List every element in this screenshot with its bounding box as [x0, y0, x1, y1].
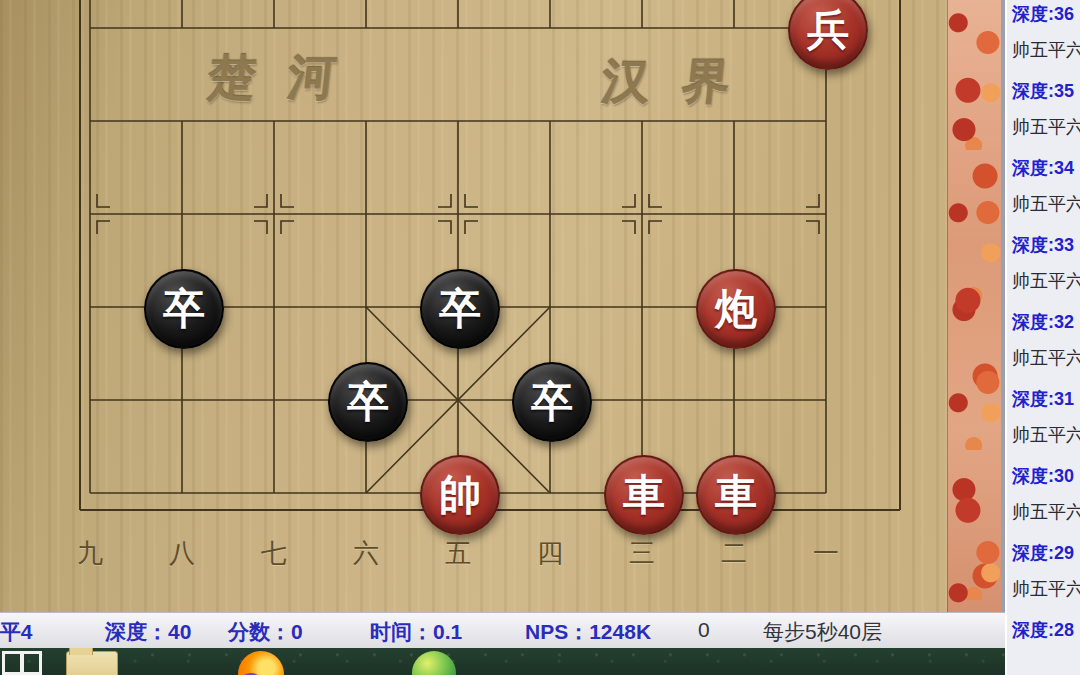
- screen: 楚河 汉界 九八七六五四三二一 兵卒卒炮卒卒帥車車 深度:36帅五平六深度:35…: [0, 0, 1080, 675]
- file-label-1: 九: [60, 536, 120, 571]
- analysis-depth: 深度:36: [1012, 2, 1080, 26]
- analysis-entry: 深度:31帅五平六: [1012, 387, 1080, 447]
- analysis-depth: 深度:30: [1012, 464, 1080, 488]
- analysis-sidebar[interactable]: 深度:36帅五平六深度:35帅五平六深度:34帅五平六深度:33帅五平六深度:3…: [1001, 0, 1080, 675]
- file-label-9: 一: [796, 536, 856, 571]
- skin-decor-strip: [947, 0, 1005, 612]
- analysis-move: 帅五平六: [1012, 192, 1080, 216]
- analysis-move: 帅五平六: [1012, 423, 1080, 447]
- window-grid-icon[interactable]: [2, 651, 42, 675]
- analysis-move: 帅五平六: [1012, 577, 1080, 601]
- status-score: 分数：0: [228, 618, 303, 646]
- analysis-depth: 深度:33: [1012, 233, 1080, 257]
- river-label-chu-he: 楚河: [205, 46, 372, 110]
- analysis-move: 帅五平六: [1012, 346, 1080, 370]
- firefox-icon[interactable]: [238, 651, 284, 675]
- analysis-depth: 深度:29: [1012, 541, 1080, 565]
- analysis-entry: 深度:34帅五平六: [1012, 156, 1080, 216]
- analysis-entry: 深度:32帅五平六: [1012, 310, 1080, 370]
- file-label-8: 二: [704, 536, 764, 571]
- analysis-entry: 深度:33帅五平六: [1012, 233, 1080, 293]
- status-depth: 深度：40: [105, 618, 191, 646]
- piece-black-soldier[interactable]: 卒: [512, 362, 592, 442]
- analysis-move: 帅五平六: [1012, 115, 1080, 139]
- piece-red-cannon[interactable]: 炮: [696, 269, 776, 349]
- desktop-taskbar: [0, 648, 1005, 675]
- analysis-depth: 深度:35: [1012, 79, 1080, 103]
- analysis-entry: 深度:29帅五平六: [1012, 541, 1080, 601]
- analysis-depth: 深度:31: [1012, 387, 1080, 411]
- river-label-han-jie: 汉界: [599, 50, 766, 114]
- analysis-entry: 深度:36帅五平六: [1012, 2, 1080, 62]
- file-label-6: 四: [520, 536, 580, 571]
- status-time: 时间：0.1: [370, 618, 462, 646]
- analysis-move: 帅五平六: [1012, 500, 1080, 524]
- status-zero: 0: [698, 618, 710, 642]
- piece-red-general[interactable]: 帥: [420, 455, 500, 535]
- file-label-4: 六: [336, 536, 396, 571]
- piece-black-soldier[interactable]: 卒: [328, 362, 408, 442]
- piece-red-chariot[interactable]: 車: [696, 455, 776, 535]
- analysis-depth: 深度:34: [1012, 156, 1080, 180]
- status-nps: NPS：1248K: [525, 618, 651, 646]
- analysis-move: 帅五平六: [1012, 38, 1080, 62]
- status-per-move-setting: 每步5秒40层: [763, 618, 882, 646]
- piece-black-soldier[interactable]: 卒: [420, 269, 500, 349]
- file-label-5: 五: [428, 536, 488, 571]
- file-label-2: 八: [152, 536, 212, 571]
- piece-black-soldier[interactable]: 卒: [144, 269, 224, 349]
- xiangqi-board[interactable]: 楚河 汉界 九八七六五四三二一 兵卒卒炮卒卒帥車車: [0, 0, 1005, 612]
- analysis-entry: 深度:28: [1012, 618, 1074, 642]
- folder-icon[interactable]: [66, 651, 118, 675]
- green-app-icon[interactable]: [412, 651, 456, 675]
- analysis-depth: 深度:28: [1012, 618, 1074, 642]
- file-label-3: 七: [244, 536, 304, 571]
- analysis-entry: 深度:30帅五平六: [1012, 464, 1080, 524]
- engine-status-bar: 8平4 深度：40 分数：0 时间：0.1 NPS：1248K 0 每步5秒40…: [0, 612, 1005, 649]
- status-last-move: 8平4: [0, 618, 32, 646]
- analysis-entry: 深度:35帅五平六: [1012, 79, 1080, 139]
- analysis-depth: 深度:32: [1012, 310, 1080, 334]
- file-label-7: 三: [612, 536, 672, 571]
- piece-red-chariot[interactable]: 車: [604, 455, 684, 535]
- analysis-move: 帅五平六: [1012, 269, 1080, 293]
